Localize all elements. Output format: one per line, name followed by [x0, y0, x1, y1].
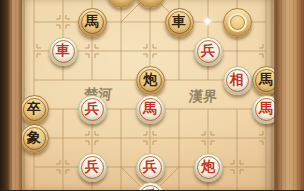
piece-red-cannon[interactable]: 炮 — [194, 153, 223, 182]
piece-black-elephant[interactable]: 象 — [20, 124, 49, 153]
wood-grain — [0, 0, 22, 190]
piece-character: 馬 — [259, 101, 273, 115]
piece-character: 兵 — [85, 159, 99, 173]
piece-character: 炮 — [143, 72, 157, 86]
piece-character: 兵 — [201, 43, 215, 57]
piece-red-soldier[interactable]: 兵 — [194, 37, 223, 66]
piece-black-cannon[interactable]: 炮 — [136, 66, 165, 95]
piece-red-soldier[interactable]: 兵 — [78, 95, 107, 124]
piece-character: 馬 — [143, 101, 157, 115]
piece-face-down-piece[interactable] — [223, 8, 252, 37]
wood-grain — [274, 0, 304, 190]
piece-unidentified-piece[interactable] — [107, 0, 136, 8]
piece-black-horse[interactable]: 馬 — [78, 8, 107, 37]
piece-character: 車 — [56, 43, 70, 57]
piece-character: 相 — [230, 72, 244, 86]
piece-character: 兵 — [85, 101, 99, 115]
piece-red-soldier[interactable]: 兵 — [136, 153, 165, 182]
piece-character: 炮 — [201, 159, 215, 173]
piece-red-soldier[interactable]: 兵 — [136, 182, 165, 191]
piece-red-horse[interactable]: 馬 — [136, 95, 165, 124]
piece-character: 卒 — [27, 101, 41, 115]
piece-black-chariot[interactable]: 車 — [165, 8, 194, 37]
piece-black-soldier[interactable]: 卒 — [20, 95, 49, 124]
piece-character: 兵 — [143, 188, 157, 190]
piece-red-chariot[interactable]: 車 — [49, 37, 78, 66]
xiangqi-board-screenshot: 楚河 漢界 馬車車兵炮相馬卒兵馬馬象兵兵炮兵 ✦ — [0, 0, 304, 190]
piece-character: 象 — [27, 130, 41, 144]
piece-character: 馬 — [259, 72, 273, 86]
piece-unidentified-piece[interactable] — [136, 0, 165, 8]
piece-character: 車 — [172, 14, 186, 28]
board-grid[interactable]: 馬車車兵炮相馬卒兵馬馬象兵兵炮兵 — [20, 0, 281, 190]
right-wood-frame — [274, 0, 304, 190]
sparkle-icon: ✦ — [202, 15, 213, 28]
piece-red-elephant[interactable]: 相 — [223, 66, 252, 95]
piece-character: 兵 — [143, 159, 157, 173]
piece-red-soldier[interactable]: 兵 — [78, 153, 107, 182]
piece-character: 馬 — [85, 14, 99, 28]
left-wood-frame — [0, 0, 22, 190]
